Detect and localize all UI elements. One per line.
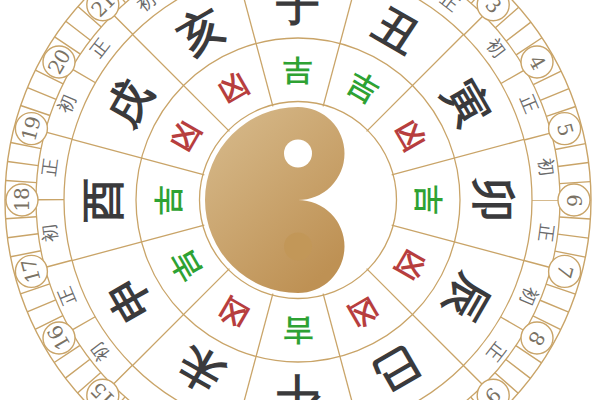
yin-yang-gold-dot — [284, 233, 312, 261]
hour-number-19: 19 — [19, 115, 44, 143]
hour-label-you-zheng: 正 — [40, 157, 60, 177]
branch-mao: 卯 — [471, 178, 515, 222]
hour-label-mao-zheng: 正 — [536, 222, 556, 242]
yin-yang-symbol — [205, 107, 391, 293]
branch-you: 酉 — [81, 178, 125, 222]
luck-zi: 吉 — [284, 57, 313, 86]
branch-wu: 午 — [276, 373, 320, 400]
branch-zi: 子 — [276, 0, 320, 27]
hour-number-6: 6 — [564, 194, 584, 206]
luck-you: 吉 — [155, 186, 184, 215]
zodiac-hour-wheel: 子 丑 寅 卯 辰 巳 午 未 申 酉 戌 亥 吉 吉 凶 吉 凶 凶 吉 凶 … — [0, 0, 600, 400]
luck-mao: 吉 — [413, 186, 442, 215]
luck-wu: 吉 — [284, 315, 313, 344]
hour-label-mao-chu: 初 — [536, 157, 556, 177]
hour-label-you-chu: 初 — [40, 222, 60, 242]
hour-number-18: 18 — [12, 188, 32, 211]
yin-yang-white-dot — [284, 140, 312, 168]
